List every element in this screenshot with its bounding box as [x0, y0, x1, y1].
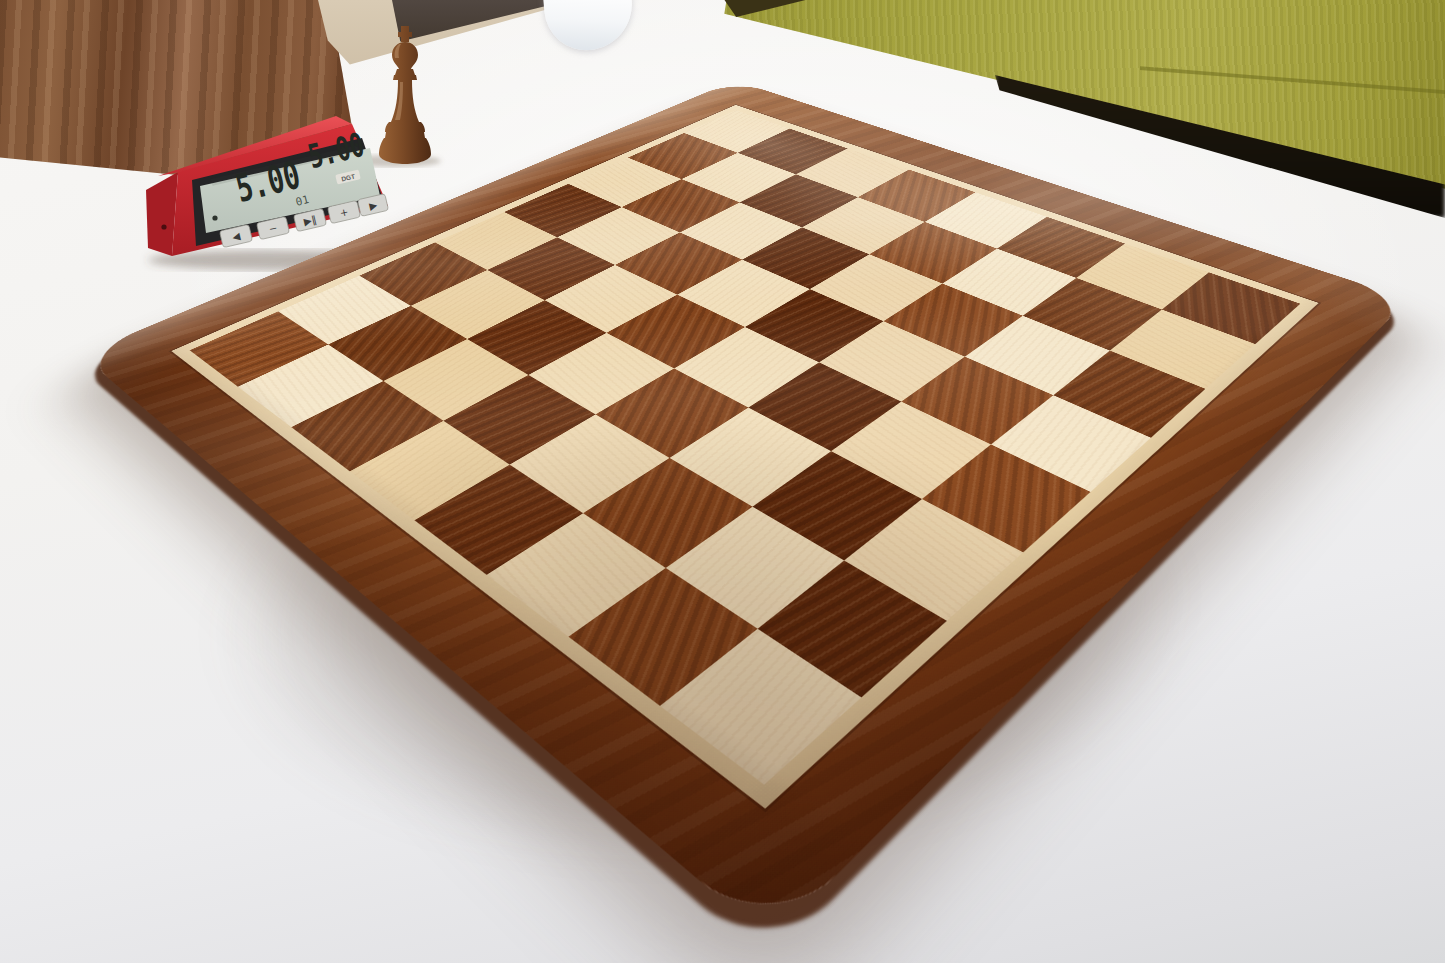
white-cup	[542, 0, 635, 54]
photo-scene: 5.00 5.00 01 DGT ◀ − ▶‖ + ▶	[0, 0, 1445, 963]
lcd-sound-indicator	[212, 215, 217, 220]
clock-side-hole	[161, 224, 166, 229]
